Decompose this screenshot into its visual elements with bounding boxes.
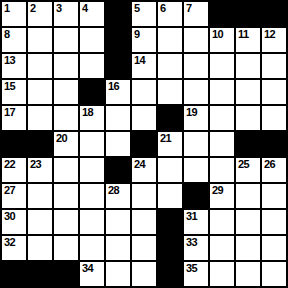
crossword-cell[interactable] [236,236,260,260]
crossword-cell[interactable]: 24 [132,158,156,182]
crossword-cell[interactable] [28,184,52,208]
crossword-cell[interactable] [210,158,234,182]
crossword-cell[interactable] [158,28,182,52]
clue-number: 3 [56,2,62,14]
crossword-cell[interactable] [80,236,104,260]
clue-number: 30 [4,210,15,222]
crossword-cell[interactable] [210,106,234,130]
crossword-cell[interactable] [132,236,156,260]
black-square [106,54,130,78]
clue-number: 9 [134,28,140,40]
black-square [28,262,52,286]
crossword-cell[interactable] [106,210,130,234]
crossword-cell[interactable]: 32 [2,236,26,260]
crossword-cell[interactable] [132,80,156,104]
crossword-cell[interactable] [132,210,156,234]
clue-number: 28 [108,184,119,196]
clue-number: 8 [4,28,10,40]
crossword-cell[interactable] [80,132,104,156]
black-square [80,80,104,104]
clue-number: 10 [212,28,223,40]
crossword-cell[interactable]: 3 [54,2,78,26]
crossword-cell[interactable] [210,54,234,78]
clue-number: 18 [82,106,93,118]
crossword-cell[interactable] [210,132,234,156]
black-square [106,2,130,26]
clue-number: 14 [134,54,145,66]
crossword-cell[interactable]: 21 [158,132,182,156]
crossword-cell[interactable]: 28 [106,184,130,208]
crossword-cell[interactable] [132,184,156,208]
crossword-cell[interactable] [54,106,78,130]
clue-number: 6 [160,2,166,14]
crossword-cell[interactable] [184,158,208,182]
clue-number: 7 [186,2,192,14]
crossword-cell[interactable]: 6 [158,2,182,26]
crossword-cell[interactable] [54,236,78,260]
crossword-cell[interactable] [236,210,260,234]
crossword-cell[interactable] [158,158,182,182]
crossword-cell[interactable]: 14 [132,54,156,78]
crossword-cell[interactable] [236,184,260,208]
crossword-cell[interactable] [262,262,286,286]
crossword-cell[interactable] [210,210,234,234]
black-square [236,2,260,26]
crossword-cell[interactable] [184,80,208,104]
crossword-cell[interactable]: 27 [2,184,26,208]
black-square [54,262,78,286]
crossword-cell[interactable] [80,54,104,78]
crossword-cell[interactable] [184,132,208,156]
black-square [158,210,182,234]
crossword-cell[interactable] [158,54,182,78]
crossword-cell[interactable] [184,54,208,78]
crossword-cell[interactable] [262,236,286,260]
crossword-cell[interactable] [80,184,104,208]
crossword-cell[interactable] [184,28,208,52]
crossword-cell[interactable] [210,236,234,260]
crossword-cell[interactable] [262,80,286,104]
clue-number: 4 [82,2,88,14]
clue-number: 17 [4,106,15,118]
crossword-cell[interactable]: 19 [184,106,208,130]
clue-number: 21 [160,132,171,144]
black-square [262,132,286,156]
clue-number: 35 [186,262,197,274]
crossword-cell[interactable] [54,54,78,78]
crossword-cell[interactable] [28,28,52,52]
crossword-cell[interactable]: 16 [106,80,130,104]
crossword-cell[interactable] [54,28,78,52]
crossword-cell[interactable]: 20 [54,132,78,156]
black-square [106,28,130,52]
crossword-cell[interactable]: 2 [28,2,52,26]
black-square [106,158,130,182]
clue-number: 31 [186,210,197,222]
crossword-cell[interactable]: 30 [2,210,26,234]
clue-number: 25 [238,158,249,170]
crossword-cell[interactable]: 25 [236,158,260,182]
crossword-cell[interactable] [158,184,182,208]
crossword-cell[interactable]: 11 [236,28,260,52]
crossword-cell[interactable] [106,132,130,156]
clue-number: 22 [4,158,15,170]
clue-number: 33 [186,236,197,248]
crossword-cell[interactable]: 35 [184,262,208,286]
crossword-cell[interactable] [236,54,260,78]
crossword-cell[interactable]: 9 [132,28,156,52]
crossword-cell[interactable]: 29 [210,184,234,208]
crossword-cell[interactable]: 33 [184,236,208,260]
crossword-cell[interactable] [210,80,234,104]
clue-number: 12 [264,28,275,40]
clue-number: 23 [30,158,41,170]
black-square [262,2,286,26]
crossword-cell[interactable] [54,184,78,208]
crossword-cell[interactable]: 4 [80,2,104,26]
clue-number: 16 [108,80,119,92]
black-square [158,262,182,286]
crossword-cell[interactable] [54,210,78,234]
crossword-cell[interactable]: 8 [2,28,26,52]
crossword-cell[interactable] [28,236,52,260]
crossword-cell[interactable] [132,262,156,286]
crossword-cell[interactable] [262,106,286,130]
black-square [184,184,208,208]
clue-number: 24 [134,158,145,170]
crossword-cell[interactable] [28,80,52,104]
black-square [132,132,156,156]
crossword-cell[interactable] [54,158,78,182]
black-square [158,236,182,260]
crossword-cell[interactable] [236,262,260,286]
crossword-cell[interactable]: 5 [132,2,156,26]
clue-number: 11 [238,28,249,40]
crossword-cell[interactable] [158,80,182,104]
clue-number: 20 [56,132,67,144]
crossword-cell[interactable] [54,80,78,104]
crossword-cell[interactable] [28,54,52,78]
crossword-cell[interactable]: 15 [2,80,26,104]
crossword-cell[interactable] [80,28,104,52]
crossword-cell[interactable] [106,106,130,130]
crossword-cell[interactable] [236,106,260,130]
clue-number: 26 [264,158,275,170]
crossword-cell[interactable] [262,210,286,234]
clue-number: 2 [30,2,36,14]
crossword-cell[interactable]: 23 [28,158,52,182]
crossword-cell[interactable]: 10 [210,28,234,52]
crossword-cell[interactable] [132,106,156,130]
clue-number: 19 [186,106,197,118]
crossword-cell[interactable]: 1 [2,2,26,26]
black-square [2,132,26,156]
clue-number: 15 [4,80,15,92]
crossword-cell[interactable] [80,210,104,234]
crossword-grid: 1234567891011121314151617181920212223242… [0,0,288,288]
clue-number: 34 [82,262,93,274]
crossword-cell[interactable] [262,54,286,78]
crossword-cell[interactable] [210,262,234,286]
black-square [28,132,52,156]
clue-number: 1 [4,2,10,14]
crossword-cell[interactable] [28,210,52,234]
crossword-cell[interactable] [236,80,260,104]
crossword-cell[interactable]: 12 [262,28,286,52]
black-square [158,106,182,130]
clue-number: 13 [4,54,15,66]
black-square [2,262,26,286]
crossword-cell[interactable]: 22 [2,158,26,182]
clue-number: 32 [4,236,15,248]
clue-number: 27 [4,184,15,196]
crossword-cell[interactable] [106,262,130,286]
crossword-cell[interactable]: 26 [262,158,286,182]
crossword-cell[interactable]: 18 [80,106,104,130]
crossword-cell[interactable] [262,184,286,208]
clue-number: 29 [212,184,223,196]
black-square [236,132,260,156]
crossword-cell[interactable] [28,106,52,130]
black-square [210,2,234,26]
crossword-cell[interactable]: 7 [184,2,208,26]
crossword-cell[interactable]: 13 [2,54,26,78]
crossword-cell[interactable]: 17 [2,106,26,130]
crossword-cell[interactable] [80,158,104,182]
crossword-cell[interactable] [106,236,130,260]
clue-number: 5 [134,2,140,14]
crossword-cell[interactable]: 34 [80,262,104,286]
crossword-cell[interactable]: 31 [184,210,208,234]
